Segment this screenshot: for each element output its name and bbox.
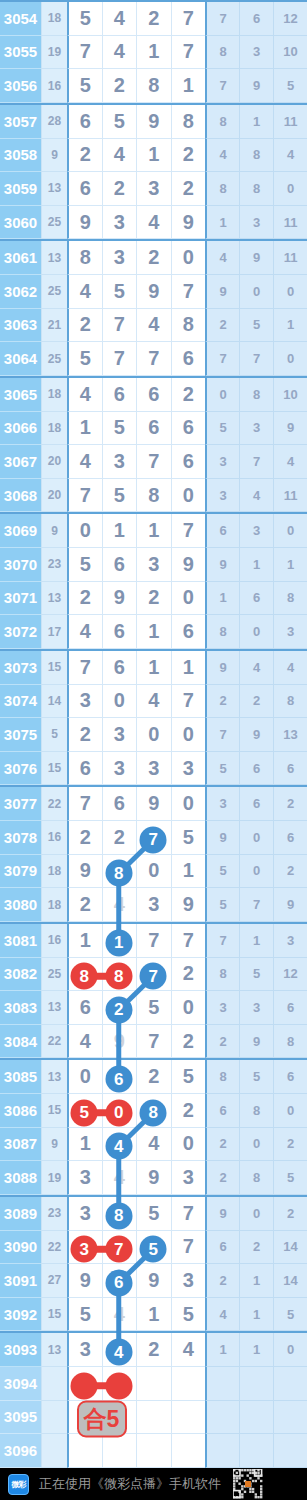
period-cell: 3066 xyxy=(0,412,41,446)
draw-row: 3081161177713 xyxy=(0,922,307,958)
digit-cell: 2 xyxy=(171,1025,206,1059)
digit-cell: 8 xyxy=(136,69,171,103)
digit-cell: 7 xyxy=(171,685,206,719)
digit-cell: 5 xyxy=(171,1298,206,1332)
stat-cell: 14 xyxy=(273,1264,307,1298)
digit-cell: 7 xyxy=(102,309,137,343)
blue-trend-circle: 2 xyxy=(105,996,132,1023)
sum-cell: 18 xyxy=(41,855,67,889)
stat-cell: 4 xyxy=(205,241,239,275)
digit-cell: 3 xyxy=(102,718,137,752)
stat-cell: 6 xyxy=(239,582,273,616)
digit-cell: 4 xyxy=(67,445,102,479)
draw-row: 3066181566539 xyxy=(0,412,307,446)
stat-cell: 2 xyxy=(273,1128,307,1162)
stat-cell: 4 xyxy=(239,479,273,513)
digit-cell: 5 xyxy=(67,69,102,103)
digit-cell: 7 xyxy=(171,2,206,36)
sum-cell: 16 xyxy=(41,821,67,855)
stat-cell: 1 xyxy=(205,582,239,616)
digit-cell: 4 xyxy=(102,1298,137,1332)
digit-cell: 6 xyxy=(102,787,137,821)
digit-cell: 7 xyxy=(67,36,102,70)
digit-cell: 7 xyxy=(136,342,171,376)
period-cell: 3069 xyxy=(0,514,41,548)
digit-cell: 2 xyxy=(67,718,102,752)
stat-cell: 12 xyxy=(273,2,307,36)
stat-cell: 7 xyxy=(239,342,273,376)
digit-cell: 7 xyxy=(67,787,102,821)
period-cell: 3057 xyxy=(0,105,41,139)
sum-cell: 21 xyxy=(41,309,67,343)
stat-cell: 6 xyxy=(239,2,273,36)
digit-cell: 3 xyxy=(136,888,171,922)
stat-cell: 5 xyxy=(273,1298,307,1332)
digit-cell xyxy=(136,1367,171,1401)
digit-cell: 2 xyxy=(171,1094,206,1128)
stat-cell: 12 xyxy=(273,958,307,992)
digit-cell: 6 xyxy=(67,105,102,139)
sum-cell: 25 xyxy=(41,958,67,992)
digit-cell: 2 xyxy=(67,582,102,616)
digit-cell: 3 xyxy=(102,206,137,240)
digit-cell: 2 xyxy=(171,378,206,412)
period-cell: 3061 xyxy=(0,241,41,275)
digit-cell: 2 xyxy=(102,821,137,855)
digit-cell: 0 xyxy=(171,1128,206,1162)
blue-trend-circle: 4 xyxy=(105,1339,132,1366)
stat-cell: 8 xyxy=(273,582,307,616)
digit-cell: 4 xyxy=(102,888,137,922)
digit-cell: 9 xyxy=(67,855,102,889)
stat-cell: 9 xyxy=(205,821,239,855)
draw-row: 3075523007913 xyxy=(0,718,307,752)
draw-row: 3073157611944 xyxy=(0,649,307,685)
digit-cell: 0 xyxy=(136,718,171,752)
sum-cell: 25 xyxy=(41,206,67,240)
draw-row: 30651846620810 xyxy=(0,376,307,412)
digit-cell: 2 xyxy=(136,241,171,275)
digit-cell: 4 xyxy=(136,309,171,343)
draw-row: 3080182439579 xyxy=(0,888,307,922)
digit-cell: 4 xyxy=(136,685,171,719)
digit-cell: 6 xyxy=(102,378,137,412)
stat-cell: 1 xyxy=(273,548,307,582)
digit-cell: 9 xyxy=(136,1161,171,1195)
digit-cell: 6 xyxy=(67,991,102,1025)
digit-cell: 6 xyxy=(171,342,206,376)
stat-cell: 1 xyxy=(239,105,273,139)
digit-cell: 0 xyxy=(171,787,206,821)
period-cell: 3077 xyxy=(0,787,41,821)
sum-cell: 20 xyxy=(41,479,67,513)
sum-cell: 13 xyxy=(41,1060,67,1094)
stat-cell: 3 xyxy=(205,445,239,479)
sum-cell: 13 xyxy=(41,241,67,275)
digit-cell: 5 xyxy=(67,342,102,376)
stat-cell xyxy=(273,1401,307,1435)
stat-cell: 3 xyxy=(273,615,307,649)
red-mark-circle: 7 xyxy=(105,1236,132,1263)
stat-cell: 2 xyxy=(205,309,239,343)
stat-cell: 0 xyxy=(273,514,307,548)
digit-cell: 9 xyxy=(67,206,102,240)
red-mark-circle: 5 xyxy=(71,1099,98,1126)
digit-cell: 1 xyxy=(136,1298,171,1332)
digit-cell: 3 xyxy=(171,752,206,786)
digit-cell: 2 xyxy=(102,69,137,103)
sum-cell: 23 xyxy=(41,1197,67,1231)
stat-cell: 8 xyxy=(239,1161,273,1195)
sum-cell: 9 xyxy=(41,1128,67,1162)
stat-cell: 0 xyxy=(239,275,273,309)
stat-cell: 0 xyxy=(273,172,307,206)
period-cell: 3068 xyxy=(0,479,41,513)
period-cell: 3090 xyxy=(0,1231,41,1265)
digit-cell: 3 xyxy=(67,1333,102,1367)
sum-cell: 22 xyxy=(41,1025,67,1059)
stat-cell: 2 xyxy=(273,787,307,821)
digit-cell: 4 xyxy=(102,2,137,36)
digit-cell: 7 xyxy=(67,479,102,513)
stat-cell: 1 xyxy=(239,1333,273,1367)
period-cell: 3092 xyxy=(0,1298,41,1332)
stat-cell: 11 xyxy=(273,105,307,139)
digit-cell: 0 xyxy=(171,479,206,513)
draw-row: 3089233857902 xyxy=(0,1195,307,1231)
digit-cell: 6 xyxy=(136,378,171,412)
period-cell: 3095 xyxy=(0,1401,41,1435)
sum-cell xyxy=(41,1367,67,1401)
digit-cell: 0 xyxy=(171,582,206,616)
stat-cell: 2 xyxy=(273,855,307,889)
digit-cell: 4 xyxy=(102,36,137,70)
period-cell: 3075 xyxy=(0,718,41,752)
stat-cell: 6 xyxy=(239,787,273,821)
digit-cell: 2 xyxy=(136,1333,171,1367)
period-cell: 3094 xyxy=(0,1367,41,1401)
blue-trend-circle: 8 xyxy=(140,1099,167,1126)
red-mark-circle: 0 xyxy=(105,1099,132,1126)
stat-cell: 5 xyxy=(273,1161,307,1195)
stat-cell: 3 xyxy=(205,787,239,821)
digit-cell: 5 xyxy=(102,105,137,139)
period-cell: 3082 xyxy=(0,958,41,992)
period-cell: 3055 xyxy=(0,36,41,70)
stat-cell: 9 xyxy=(273,888,307,922)
period-cell: 3091 xyxy=(0,1264,41,1298)
period-cell: 3070 xyxy=(0,548,41,582)
stat-cell: 2 xyxy=(205,1025,239,1059)
digit-cell: 6 xyxy=(102,615,137,649)
sum-cell: 17 xyxy=(41,615,67,649)
period-cell: 3060 xyxy=(0,206,41,240)
digit-cell: 2 xyxy=(171,172,206,206)
digit-cell: 1 xyxy=(136,651,171,685)
blue-trend-circle: 6 xyxy=(105,1269,132,1296)
stat-cell: 0 xyxy=(273,342,307,376)
digit-cell: 3 xyxy=(136,548,171,582)
period-cell: 3084 xyxy=(0,1025,41,1059)
stat-cell: 5 xyxy=(239,958,273,992)
period-cell: 3081 xyxy=(0,924,41,958)
sum-cell: 27 xyxy=(41,1264,67,1298)
stat-cell: 1 xyxy=(239,548,273,582)
period-cell: 3065 xyxy=(0,378,41,412)
digit-cell: 9 xyxy=(171,888,206,922)
digit-cell: 8 xyxy=(171,309,206,343)
draw-row: 3072174616803 xyxy=(0,615,307,649)
sum-cell: 13 xyxy=(41,582,67,616)
period-cell: 3088 xyxy=(0,1161,41,1195)
digit-cell: 9 xyxy=(136,1264,171,1298)
stat-cell: 3 xyxy=(239,412,273,446)
digit-cell: 1 xyxy=(171,855,206,889)
digit-cell: 2 xyxy=(136,582,171,616)
stat-cell: 8 xyxy=(205,36,239,70)
stat-cell: 4 xyxy=(239,651,273,685)
blue-trend-circle: 4 xyxy=(105,1133,132,1160)
sum-cell: 22 xyxy=(41,787,67,821)
stat-cell: 8 xyxy=(239,1094,273,1128)
sum-cell: 25 xyxy=(41,342,67,376)
stat-cell: 0 xyxy=(273,275,307,309)
digit-cell: 9 xyxy=(102,1025,137,1059)
digit-cell xyxy=(171,1401,206,1435)
digit-cell: 5 xyxy=(102,479,137,513)
blue-trend-circle: 7 xyxy=(140,963,167,990)
sum-cell: 15 xyxy=(41,1094,67,1128)
sum-cell: 19 xyxy=(41,36,67,70)
stat-cell: 7 xyxy=(239,445,273,479)
period-cell: 3054 xyxy=(0,2,41,36)
stat-cell: 3 xyxy=(239,206,273,240)
digit-cell: 1 xyxy=(136,615,171,649)
stat-cell: 7 xyxy=(239,888,273,922)
sum-cell: 15 xyxy=(41,1298,67,1332)
digit-cell: 8 xyxy=(136,479,171,513)
digit-cell: 8 xyxy=(67,241,102,275)
digit-cell: 6 xyxy=(171,445,206,479)
period-cell: 3093 xyxy=(0,1333,41,1367)
period-cell: 3076 xyxy=(0,752,41,786)
stat-cell: 14 xyxy=(273,1231,307,1265)
draw-row: 3077227690362 xyxy=(0,785,307,821)
digit-cell: 5 xyxy=(67,2,102,36)
period-cell: 3073 xyxy=(0,651,41,685)
stat-cell: 9 xyxy=(239,241,273,275)
trend-grid: 3054185427761230551974178310305616528179… xyxy=(0,0,307,1468)
digit-cell xyxy=(67,1434,102,1468)
stat-cell: 1 xyxy=(239,924,273,958)
digit-cell: 7 xyxy=(67,651,102,685)
digit-cell: 0 xyxy=(171,241,206,275)
sum-cell: 18 xyxy=(41,2,67,36)
digit-cell: 9 xyxy=(102,582,137,616)
sum-cell: 25 xyxy=(41,275,67,309)
digit-cell: 7 xyxy=(136,1025,171,1059)
digit-cell: 5 xyxy=(171,821,206,855)
stat-cell: 6 xyxy=(273,821,307,855)
stat-cell: 0 xyxy=(205,378,239,412)
digit-cell: 2 xyxy=(171,139,206,173)
digit-cell: 9 xyxy=(136,787,171,821)
digit-cell: 2 xyxy=(67,139,102,173)
red-mark-circle xyxy=(71,1372,98,1399)
stat-cell xyxy=(205,1401,239,1435)
stat-cell: 7 xyxy=(205,69,239,103)
stat-cell: 3 xyxy=(205,479,239,513)
stat-cell: 1 xyxy=(205,1333,239,1367)
sum-cell: 20 xyxy=(41,445,67,479)
stat-cell: 6 xyxy=(239,752,273,786)
stat-cell: 11 xyxy=(273,206,307,240)
digit-cell: 1 xyxy=(102,514,137,548)
sum-cell: 9 xyxy=(41,514,67,548)
sum-cell: 13 xyxy=(41,172,67,206)
footer-bar: 微彩 正在使用《微彩点播》手机软件 xyxy=(0,1468,307,1500)
digit-cell: 7 xyxy=(136,445,171,479)
period-cell: 3067 xyxy=(0,445,41,479)
stat-cell: 4 xyxy=(205,1298,239,1332)
period-cell: 3087 xyxy=(0,1128,41,1162)
digit-cell: 7 xyxy=(171,514,206,548)
digit-cell: 6 xyxy=(136,412,171,446)
draw-row: 3085130625856 xyxy=(0,1058,307,1094)
stat-cell xyxy=(205,1434,239,1468)
draw-row: 3092155415415 xyxy=(0,1298,307,1332)
digit-cell: 1 xyxy=(136,514,171,548)
draw-row: 3093133424110 xyxy=(0,1331,307,1367)
stat-cell: 8 xyxy=(205,958,239,992)
digit-cell: 2 xyxy=(136,2,171,36)
digit-cell: 4 xyxy=(67,378,102,412)
stat-cell: 0 xyxy=(239,1128,273,1162)
digit-cell xyxy=(136,1434,171,1468)
period-cell: 3062 xyxy=(0,275,41,309)
stat-cell xyxy=(273,1434,307,1468)
draw-row: 3076156333566 xyxy=(0,752,307,786)
digit-cell: 2 xyxy=(102,172,137,206)
stat-cell: 6 xyxy=(205,514,239,548)
stat-cell: 5 xyxy=(239,309,273,343)
stat-cell: 3 xyxy=(239,514,273,548)
blue-trend-circle: 8 xyxy=(105,860,132,887)
stat-cell: 2 xyxy=(205,685,239,719)
digit-cell: 3 xyxy=(67,1161,102,1195)
period-cell: 3079 xyxy=(0,855,41,889)
digit-cell: 2 xyxy=(136,1060,171,1094)
forecast-sum-label: 合5 xyxy=(77,1401,127,1438)
draw-row: 30572865988111 xyxy=(0,103,307,139)
stat-cell: 5 xyxy=(205,888,239,922)
digit-cell: 3 xyxy=(171,1264,206,1298)
stat-cell: 11 xyxy=(273,479,307,513)
sum-cell: 23 xyxy=(41,548,67,582)
period-cell: 3058 xyxy=(0,139,41,173)
digit-cell: 7 xyxy=(171,1197,206,1231)
stat-cell: 9 xyxy=(239,1025,273,1059)
digit-cell: 0 xyxy=(171,991,206,1025)
sum-cell xyxy=(41,1434,67,1468)
digit-cell: 5 xyxy=(171,1060,206,1094)
sum-cell: 22 xyxy=(41,1231,67,1265)
digit-cell: 7 xyxy=(171,36,206,70)
digit-cell: 9 xyxy=(67,1264,102,1298)
stat-cell: 8 xyxy=(205,105,239,139)
stat-cell xyxy=(239,1401,273,1435)
stat-cell xyxy=(273,1367,307,1401)
sum-cell: 15 xyxy=(41,752,67,786)
digit-cell: 0 xyxy=(136,855,171,889)
digit-cell: 3 xyxy=(102,445,137,479)
digit-cell: 4 xyxy=(102,1161,137,1195)
stat-cell: 6 xyxy=(273,991,307,1025)
stat-cell: 1 xyxy=(239,1264,273,1298)
digit-cell: 4 xyxy=(102,139,137,173)
period-cell: 3080 xyxy=(0,888,41,922)
stat-cell: 9 xyxy=(205,651,239,685)
digit-cell: 2 xyxy=(67,888,102,922)
stat-cell: 4 xyxy=(205,139,239,173)
lottery-trend-app: 3054185427761230551974178310305616528179… xyxy=(0,0,307,1500)
draw-row: 3095 xyxy=(0,1401,307,1435)
digit-cell: 5 xyxy=(67,548,102,582)
stat-cell: 8 xyxy=(273,685,307,719)
stat-cell: 6 xyxy=(205,1094,239,1128)
sum-cell: 16 xyxy=(41,69,67,103)
period-cell: 3064 xyxy=(0,342,41,376)
stat-cell: 8 xyxy=(205,172,239,206)
period-cell: 3089 xyxy=(0,1197,41,1231)
draw-row: 3088193493285 xyxy=(0,1161,307,1195)
stat-cell: 3 xyxy=(273,924,307,958)
digit-cell: 4 xyxy=(67,615,102,649)
sum-cell: 28 xyxy=(41,105,67,139)
sum-cell: 19 xyxy=(41,1161,67,1195)
digit-cell: 3 xyxy=(102,241,137,275)
digit-cell: 2 xyxy=(171,958,206,992)
stat-cell: 5 xyxy=(205,855,239,889)
draw-row: 3084224972298 xyxy=(0,1025,307,1059)
period-cell: 3059 xyxy=(0,172,41,206)
digit-cell: 1 xyxy=(136,36,171,70)
stat-cell: 4 xyxy=(273,445,307,479)
digit-cell xyxy=(171,1367,206,1401)
draw-row: 3059136232880 xyxy=(0,172,307,206)
qr-code-icon xyxy=(233,1469,263,1499)
stat-cell: 0 xyxy=(239,1197,273,1231)
draw-row: 30912796932114 xyxy=(0,1264,307,1298)
sum-cell: 13 xyxy=(41,991,67,1025)
draw-row: 3071132920168 xyxy=(0,582,307,616)
sum-cell: 18 xyxy=(41,378,67,412)
digit-cell xyxy=(136,1401,171,1435)
red-mark-circle: 3 xyxy=(71,1236,98,1263)
stat-cell: 2 xyxy=(273,1197,307,1231)
digit-cell: 6 xyxy=(102,651,137,685)
period-cell: 3096 xyxy=(0,1434,41,1468)
stat-cell: 9 xyxy=(205,548,239,582)
stat-cell: 4 xyxy=(273,139,307,173)
digit-cell: 4 xyxy=(136,1128,171,1162)
digit-cell: 5 xyxy=(67,1298,102,1332)
stat-cell: 1 xyxy=(239,1298,273,1332)
stat-cell: 7 xyxy=(205,718,239,752)
digit-cell: 2 xyxy=(67,821,102,855)
red-mark-circle: 8 xyxy=(71,963,98,990)
stat-cell: 5 xyxy=(205,752,239,786)
